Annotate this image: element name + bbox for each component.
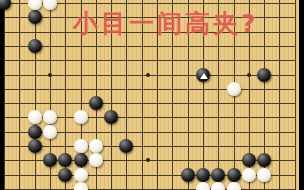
grid-hline — [4, 46, 296, 47]
white-stone — [43, 125, 57, 139]
black-stone — [196, 168, 210, 182]
white-stone — [257, 168, 271, 182]
video-frame: 小目一间高夹? — [0, 0, 304, 190]
star-point — [146, 73, 150, 77]
white-stone — [242, 168, 256, 182]
black-stone — [58, 168, 72, 182]
black-stone — [227, 168, 241, 182]
black-stone — [28, 125, 42, 139]
black-stone — [181, 168, 195, 182]
grid-vline — [35, 0, 36, 190]
white-stone — [28, 110, 42, 124]
white-stone — [227, 82, 241, 96]
white-stone — [227, 182, 241, 190]
grid-hline — [4, 89, 296, 90]
grid-hline — [4, 60, 296, 61]
black-stone — [211, 168, 225, 182]
white-stone — [89, 153, 103, 167]
letterbox-bar-left — [0, 0, 4, 190]
letterbox-bar-right — [299, 0, 304, 190]
black-stone — [28, 139, 42, 153]
white-stone — [74, 110, 88, 124]
white-stone — [74, 168, 88, 182]
black-stone — [28, 10, 42, 24]
grid-hline — [4, 146, 296, 147]
last-move-triangle-marker — [200, 73, 208, 79]
grid-vline — [4, 0, 5, 190]
grid-hline — [4, 189, 296, 190]
star-point — [48, 73, 52, 77]
black-stone — [28, 39, 42, 53]
grid-vline — [279, 0, 280, 190]
white-stone — [74, 139, 88, 153]
white-stone — [89, 139, 103, 153]
grid-vline — [19, 0, 20, 190]
black-stone — [257, 68, 271, 82]
star-point — [247, 73, 251, 77]
grid-hline — [4, 103, 296, 104]
white-stone — [196, 182, 210, 190]
black-stone — [74, 153, 88, 167]
white-stone — [74, 182, 88, 190]
caption-text: 小目一间高夹? — [73, 10, 259, 37]
black-stone — [242, 153, 256, 167]
grid-vline — [295, 0, 296, 190]
black-stone — [89, 96, 103, 110]
